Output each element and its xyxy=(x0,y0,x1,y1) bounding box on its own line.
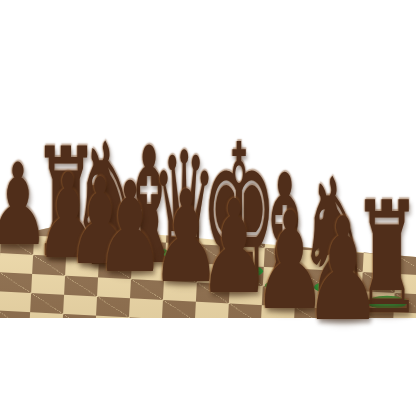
chess-set-product-photo: ♟♜♟♝♞♛♟♟♚♟♟♝♞♟♜♟ xyxy=(0,0,416,416)
piece-pawn-h: ♟ xyxy=(304,199,383,341)
